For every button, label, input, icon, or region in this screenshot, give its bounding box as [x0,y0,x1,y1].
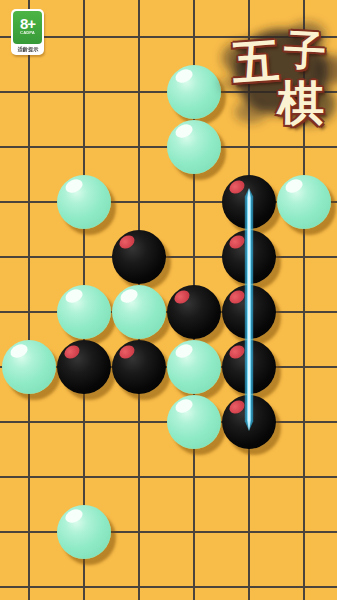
stone-green [57,175,111,229]
stone-black [167,285,221,339]
age-rating-green-panel: 8+ CADPA [13,11,42,44]
age-rating-org: CADPA [20,31,35,34]
game-title: 五 子 棋 [207,12,337,134]
stone-green [112,285,166,339]
game-screen: 五 子 棋 8+ CADPA 适龄提示 [0,0,337,600]
stone-black [222,340,276,394]
stone-black [222,395,276,449]
stone-green [57,285,111,339]
stone-black [222,230,276,284]
stone-green [167,395,221,449]
age-rating-value: 8+ [20,16,35,31]
stone-black [222,175,276,229]
stone-black [112,340,166,394]
stone-green [167,340,221,394]
stone-green [2,340,56,394]
age-rating-badge: 8+ CADPA 适龄提示 [11,9,44,55]
age-rating-note: 适龄提示 [13,44,42,53]
stone-black [112,230,166,284]
title-char-wu: 五 [230,36,280,86]
stone-green [57,505,111,559]
stone-black [57,340,111,394]
title-char-zi: 子 [283,29,327,73]
age-rating-note-text: 适龄提示 [17,45,38,52]
stone-green [277,175,331,229]
title-char-qi: 棋 [277,79,324,126]
stone-black [222,285,276,339]
